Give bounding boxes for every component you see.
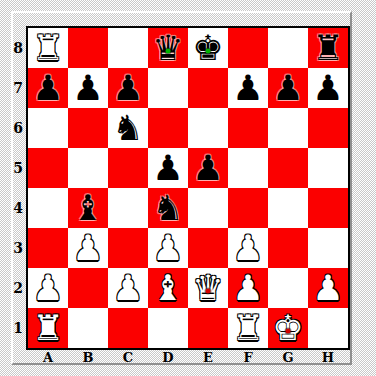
piece-black-pawn[interactable]: ♟ [148,148,188,188]
piece-white-pawn[interactable]: ♟ [148,228,188,268]
square-e5[interactable]: ♟ [188,148,228,188]
square-d7[interactable] [148,68,188,108]
square-e6[interactable] [188,108,228,148]
square-e3[interactable] [188,228,228,268]
square-b5[interactable] [68,148,108,188]
square-a1[interactable]: ♜ [28,308,68,348]
square-a8[interactable]: ♜ [28,28,68,68]
square-f7[interactable]: ♟ [228,68,268,108]
piece-black-pawn[interactable]: ♟ [68,68,108,108]
piece-black-king[interactable]: ♚ [188,28,228,68]
square-b6[interactable] [68,108,108,148]
square-d1[interactable] [148,308,188,348]
square-f1[interactable]: ♜ [228,308,268,348]
file-label-d: D [148,350,188,365]
file-label-e: E [188,350,228,365]
piece-black-bishop[interactable]: ♝ [68,188,108,228]
file-label-c: C [108,350,148,365]
square-a5[interactable] [28,148,68,188]
square-h8[interactable]: ♜ [308,28,348,68]
square-h6[interactable] [308,108,348,148]
square-e4[interactable] [188,188,228,228]
piece-white-pawn[interactable]: ♟ [228,228,268,268]
piece-black-knight[interactable]: ♞ [108,108,148,148]
square-d5[interactable]: ♟ [148,148,188,188]
square-a6[interactable] [28,108,68,148]
rank-label-3: 3 [11,228,25,268]
piece-white-king[interactable]: ♚ [268,308,308,348]
desktop-background: 87654321 ♜♛♚♜♟♟♟♟♟♟♞♟♟♝♞♟♟♟♟♟♝♛♟♟♜♜♚ ABC… [0,0,376,376]
piece-black-pawn[interactable]: ♟ [308,68,348,108]
square-c2[interactable]: ♟ [108,268,148,308]
square-c7[interactable]: ♟ [108,68,148,108]
square-d2[interactable]: ♝ [148,268,188,308]
square-d8[interactable]: ♛ [148,28,188,68]
square-e2[interactable]: ♛ [188,268,228,308]
square-f8[interactable] [228,28,268,68]
square-h1[interactable] [308,308,348,348]
square-f2[interactable]: ♟ [228,268,268,308]
piece-black-pawn[interactable]: ♟ [268,68,308,108]
square-b8[interactable] [68,28,108,68]
square-g5[interactable] [268,148,308,188]
piece-white-pawn[interactable]: ♟ [228,268,268,308]
square-e1[interactable] [188,308,228,348]
square-b1[interactable] [68,308,108,348]
square-g4[interactable] [268,188,308,228]
board-grid: ♜♛♚♜♟♟♟♟♟♟♞♟♟♝♞♟♟♟♟♟♝♛♟♟♜♜♚ [26,26,350,350]
file-label-g: G [268,350,308,365]
rank-labels: 87654321 [11,28,25,348]
square-b2[interactable] [68,268,108,308]
piece-white-bishop[interactable]: ♝ [148,268,188,308]
square-b4[interactable]: ♝ [68,188,108,228]
piece-white-queen[interactable]: ♛ [188,268,228,308]
rank-label-2: 2 [11,268,25,308]
piece-black-pawn[interactable]: ♟ [108,68,148,108]
square-d4[interactable]: ♞ [148,188,188,228]
square-c5[interactable] [108,148,148,188]
piece-black-knight[interactable]: ♞ [148,188,188,228]
file-label-b: B [68,350,108,365]
piece-white-rook[interactable]: ♜ [28,308,68,348]
piece-black-pawn[interactable]: ♟ [228,68,268,108]
square-c3[interactable] [108,228,148,268]
rank-label-6: 6 [11,108,25,148]
square-b3[interactable]: ♟ [68,228,108,268]
square-f3[interactable]: ♟ [228,228,268,268]
square-a4[interactable] [28,188,68,228]
square-b7[interactable]: ♟ [68,68,108,108]
square-h4[interactable] [308,188,348,228]
rank-label-4: 4 [11,188,25,228]
file-label-a: A [28,350,68,365]
square-f5[interactable] [228,148,268,188]
square-c4[interactable] [108,188,148,228]
square-f6[interactable] [228,108,268,148]
square-g3[interactable] [268,228,308,268]
piece-white-rook[interactable]: ♜ [228,308,268,348]
square-f4[interactable] [228,188,268,228]
square-g2[interactable] [268,268,308,308]
rank-label-1: 1 [11,308,25,348]
piece-white-rook[interactable]: ♜ [28,28,68,68]
square-h2[interactable]: ♟ [308,268,348,308]
rank-label-7: 7 [11,68,25,108]
square-h5[interactable] [308,148,348,188]
piece-black-pawn[interactable]: ♟ [28,68,68,108]
piece-black-pawn[interactable]: ♟ [188,148,228,188]
piece-white-pawn[interactable]: ♟ [28,268,68,308]
piece-white-pawn[interactable]: ♟ [108,268,148,308]
square-c6[interactable]: ♞ [108,108,148,148]
rank-label-8: 8 [11,28,25,68]
square-g7[interactable]: ♟ [268,68,308,108]
square-a3[interactable] [28,228,68,268]
square-g1[interactable]: ♚ [268,308,308,348]
square-h3[interactable] [308,228,348,268]
square-g6[interactable] [268,108,308,148]
square-d3[interactable]: ♟ [148,228,188,268]
file-labels: ABCDEFGH [28,350,348,365]
square-a2[interactable]: ♟ [28,268,68,308]
square-c8[interactable] [108,28,148,68]
square-g8[interactable] [268,28,308,68]
square-e8[interactable]: ♚ [188,28,228,68]
piece-black-rook[interactable]: ♜ [308,28,348,68]
piece-white-pawn[interactable]: ♟ [308,268,348,308]
file-label-h: H [308,350,348,365]
square-c1[interactable] [108,308,148,348]
rank-label-5: 5 [11,148,25,188]
square-a7[interactable]: ♟ [28,68,68,108]
piece-white-pawn[interactable]: ♟ [68,228,108,268]
file-label-f: F [228,350,268,365]
square-h7[interactable]: ♟ [308,68,348,108]
square-e7[interactable] [188,68,228,108]
square-d6[interactable] [148,108,188,148]
piece-black-queen[interactable]: ♛ [148,28,188,68]
